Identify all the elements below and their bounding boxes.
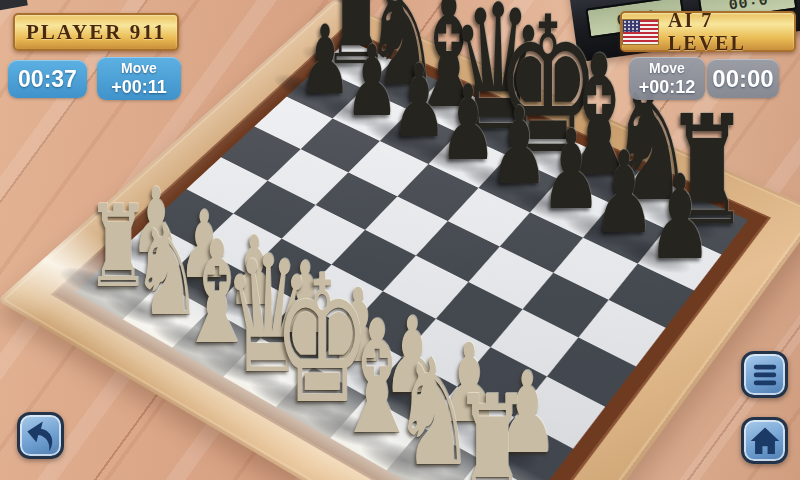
us-flag-icon xyxy=(622,19,659,45)
player-move-value: +00:11 xyxy=(97,77,181,97)
ai-move-value: +00:12 xyxy=(629,77,705,97)
ai-name-plate: AI 7 LEVEL xyxy=(620,11,796,52)
player-move-bonus: Move +00:11 xyxy=(97,57,181,100)
undo-button[interactable] xyxy=(17,412,64,459)
player-name-label: PLAYER 911 xyxy=(26,20,166,45)
black-pawn-g7[interactable]: ♟ xyxy=(593,137,656,250)
home-icon xyxy=(746,422,784,460)
player-name-plate: PLAYER 911 xyxy=(13,13,179,51)
player-clock: 00:37 xyxy=(8,60,87,98)
chess-game-screen: 0:00 0:00 ♜♞♟♝♟♛♟♚♟♝♟♞♟♜♟♟♟♟♜♟♞♟♝♟♛♟♚♟♝♟… xyxy=(0,0,800,480)
ai-move-label: Move xyxy=(629,60,705,77)
black-pawn-h7[interactable]: ♟ xyxy=(647,160,712,277)
ai-clock: 00:00 xyxy=(707,59,779,98)
player-move-label: Move xyxy=(97,60,181,77)
hamburger-menu-icon xyxy=(746,356,784,394)
white-rook-h1[interactable]: ♜ xyxy=(453,377,532,480)
undo-arrow-icon xyxy=(21,416,61,456)
menu-button[interactable] xyxy=(741,351,788,398)
black-pawn-a7[interactable]: ♟ xyxy=(299,12,352,107)
ai-move-bonus: Move +00:12 xyxy=(629,57,705,100)
home-button[interactable] xyxy=(741,417,788,464)
ai-name-label: AI 7 LEVEL xyxy=(668,9,794,55)
